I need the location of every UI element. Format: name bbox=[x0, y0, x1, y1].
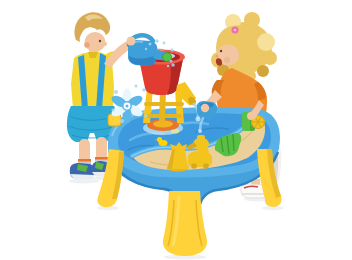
girl-eye bbox=[220, 50, 222, 52]
boy-ear bbox=[84, 42, 90, 48]
girl-nose bbox=[216, 55, 219, 58]
girl-hand-right bbox=[201, 104, 209, 112]
scoop-splash bbox=[198, 129, 202, 133]
boy-hand bbox=[127, 37, 136, 46]
girl-hand-left bbox=[247, 112, 255, 120]
boy-nose bbox=[103, 42, 107, 46]
girl-cheek bbox=[224, 57, 230, 63]
product-photo bbox=[0, 0, 352, 260]
table-leg-center bbox=[163, 191, 207, 256]
boy-sock-stripe-right bbox=[95, 157, 108, 160]
boy-eye bbox=[99, 40, 101, 42]
girl-hair-clip-center bbox=[234, 29, 237, 32]
chute-splash bbox=[196, 117, 201, 122]
scene-canvas bbox=[0, 0, 352, 260]
boy-sock-stripe-left bbox=[78, 159, 91, 162]
tower-crossbar-bottom bbox=[146, 114, 182, 118]
tower-crossbar-top bbox=[144, 102, 184, 106]
